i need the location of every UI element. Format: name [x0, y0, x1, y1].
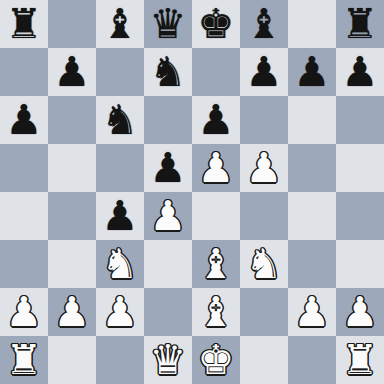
square-g5[interactable] — [288, 144, 336, 192]
white-king[interactable]: ♚ — [198, 336, 235, 384]
white-bishop[interactable]: ♝ — [198, 240, 235, 288]
square-c6[interactable]: ♞ — [96, 96, 144, 144]
square-d3[interactable] — [144, 240, 192, 288]
square-f3[interactable]: ♞ — [240, 240, 288, 288]
square-b3[interactable] — [48, 240, 96, 288]
square-f4[interactable] — [240, 192, 288, 240]
square-d4[interactable]: ♟ — [144, 192, 192, 240]
square-h2[interactable]: ♟ — [336, 288, 384, 336]
black-pawn[interactable]: ♟ — [342, 48, 379, 96]
square-a7[interactable] — [0, 48, 48, 96]
square-h7[interactable]: ♟ — [336, 48, 384, 96]
square-b4[interactable] — [48, 192, 96, 240]
square-d8[interactable]: ♛ — [144, 0, 192, 48]
square-e8[interactable]: ♚ — [192, 0, 240, 48]
black-bishop[interactable]: ♝ — [246, 0, 283, 48]
square-a1[interactable]: ♜ — [0, 336, 48, 384]
black-pawn[interactable]: ♟ — [54, 48, 91, 96]
square-h3[interactable] — [336, 240, 384, 288]
square-c3[interactable]: ♞ — [96, 240, 144, 288]
square-f2[interactable] — [240, 288, 288, 336]
square-g1[interactable] — [288, 336, 336, 384]
white-pawn[interactable]: ♟ — [150, 192, 187, 240]
square-d1[interactable]: ♛ — [144, 336, 192, 384]
square-d6[interactable] — [144, 96, 192, 144]
square-g3[interactable] — [288, 240, 336, 288]
square-a6[interactable]: ♟ — [0, 96, 48, 144]
square-h1[interactable]: ♜ — [336, 336, 384, 384]
square-d2[interactable] — [144, 288, 192, 336]
square-c2[interactable]: ♟ — [96, 288, 144, 336]
square-g6[interactable] — [288, 96, 336, 144]
square-e7[interactable] — [192, 48, 240, 96]
square-a2[interactable]: ♟ — [0, 288, 48, 336]
square-h5[interactable] — [336, 144, 384, 192]
square-d5[interactable]: ♟ — [144, 144, 192, 192]
square-f5[interactable]: ♟ — [240, 144, 288, 192]
white-rook[interactable]: ♜ — [342, 336, 379, 384]
black-rook[interactable]: ♜ — [6, 0, 43, 48]
black-rook[interactable]: ♜ — [342, 0, 379, 48]
square-e3[interactable]: ♝ — [192, 240, 240, 288]
square-a3[interactable] — [0, 240, 48, 288]
square-b2[interactable]: ♟ — [48, 288, 96, 336]
white-bishop[interactable]: ♝ — [198, 288, 235, 336]
white-pawn[interactable]: ♟ — [54, 288, 91, 336]
white-pawn[interactable]: ♟ — [102, 288, 139, 336]
square-e2[interactable]: ♝ — [192, 288, 240, 336]
chess-board: ♜♝♛♚♝♜♟♞♟♟♟♟♞♟♟♟♟♟♟♞♝♞♟♟♟♝♟♟♜♛♚♜ — [0, 0, 384, 384]
square-e1[interactable]: ♚ — [192, 336, 240, 384]
square-c4[interactable]: ♟ — [96, 192, 144, 240]
square-f1[interactable] — [240, 336, 288, 384]
square-b5[interactable] — [48, 144, 96, 192]
black-pawn[interactable]: ♟ — [6, 96, 43, 144]
black-knight[interactable]: ♞ — [150, 48, 187, 96]
square-b1[interactable] — [48, 336, 96, 384]
white-rook[interactable]: ♜ — [6, 336, 43, 384]
square-a4[interactable] — [0, 192, 48, 240]
black-pawn[interactable]: ♟ — [294, 48, 331, 96]
white-knight[interactable]: ♞ — [102, 240, 139, 288]
black-pawn[interactable]: ♟ — [102, 192, 139, 240]
black-king[interactable]: ♚ — [198, 0, 235, 48]
square-a8[interactable]: ♜ — [0, 0, 48, 48]
black-bishop[interactable]: ♝ — [102, 0, 139, 48]
white-pawn[interactable]: ♟ — [294, 288, 331, 336]
square-a5[interactable] — [0, 144, 48, 192]
square-h4[interactable] — [336, 192, 384, 240]
black-pawn[interactable]: ♟ — [150, 144, 187, 192]
square-b8[interactable] — [48, 0, 96, 48]
square-c7[interactable] — [96, 48, 144, 96]
white-pawn[interactable]: ♟ — [342, 288, 379, 336]
square-h8[interactable]: ♜ — [336, 0, 384, 48]
square-e6[interactable]: ♟ — [192, 96, 240, 144]
white-knight[interactable]: ♞ — [246, 240, 283, 288]
square-b6[interactable] — [48, 96, 96, 144]
black-knight[interactable]: ♞ — [102, 96, 139, 144]
square-g8[interactable] — [288, 0, 336, 48]
black-pawn[interactable]: ♟ — [198, 96, 235, 144]
square-f7[interactable]: ♟ — [240, 48, 288, 96]
square-c8[interactable]: ♝ — [96, 0, 144, 48]
square-g2[interactable]: ♟ — [288, 288, 336, 336]
black-pawn[interactable]: ♟ — [246, 48, 283, 96]
square-c5[interactable] — [96, 144, 144, 192]
square-e5[interactable]: ♟ — [192, 144, 240, 192]
square-g4[interactable] — [288, 192, 336, 240]
square-f8[interactable]: ♝ — [240, 0, 288, 48]
white-queen[interactable]: ♛ — [150, 336, 187, 384]
square-c1[interactable] — [96, 336, 144, 384]
square-d7[interactable]: ♞ — [144, 48, 192, 96]
square-g7[interactable]: ♟ — [288, 48, 336, 96]
square-f6[interactable] — [240, 96, 288, 144]
black-queen[interactable]: ♛ — [150, 0, 187, 48]
white-pawn[interactable]: ♟ — [6, 288, 43, 336]
white-pawn[interactable]: ♟ — [198, 144, 235, 192]
square-b7[interactable]: ♟ — [48, 48, 96, 96]
square-h6[interactable] — [336, 96, 384, 144]
square-e4[interactable] — [192, 192, 240, 240]
white-pawn[interactable]: ♟ — [246, 144, 283, 192]
